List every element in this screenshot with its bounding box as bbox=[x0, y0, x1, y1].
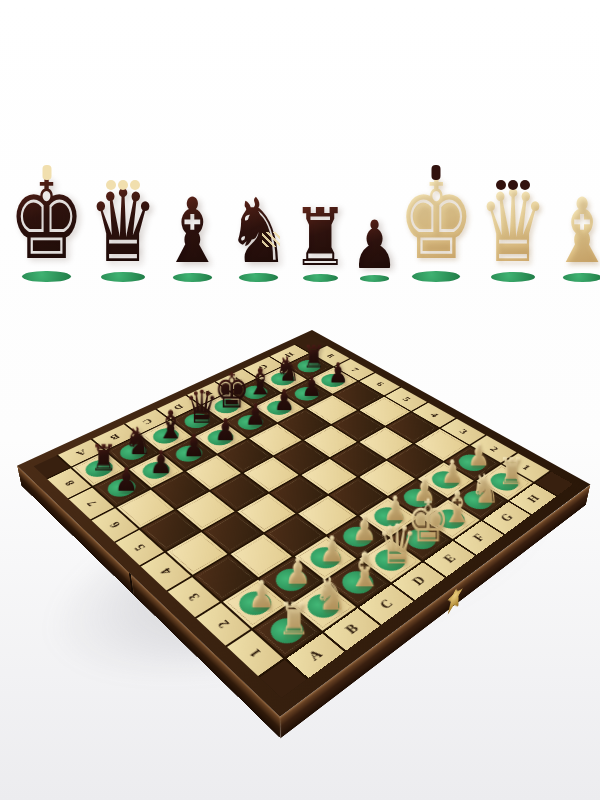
coordinate-label: D bbox=[409, 573, 430, 588]
coordinate-label: 2 bbox=[213, 616, 233, 630]
queen-finials bbox=[496, 180, 530, 190]
piece-white-rook-a1: ♜ bbox=[270, 596, 318, 641]
coordinate-label: F bbox=[469, 531, 488, 544]
coordinate-label: H bbox=[523, 492, 543, 505]
coordinate-label: 8 bbox=[60, 477, 78, 487]
frame-corner bbox=[536, 471, 574, 495]
board-grid: ABCDEFGH8♜♞♝♛♚♝♞♜87♟♟♟♟♟♟♟♟7665544332♟♟♟… bbox=[34, 337, 574, 698]
piece-black-pawn-b7: ♟ bbox=[141, 446, 180, 478]
coordinate-label: G bbox=[497, 511, 517, 524]
piece-black-pawn-a7: ♟ bbox=[106, 463, 146, 495]
coordinate-label: B bbox=[342, 620, 363, 636]
coordinate-label: 4 bbox=[427, 410, 441, 418]
coordinate-label: 6 bbox=[373, 380, 387, 388]
queen-finials bbox=[106, 180, 140, 190]
photo-background: ♚♛♝♞♜♟♚♛♝♞♜♟ ABCDEFGH8♜♞♝♛♚♝♞♜87♟♟♟♟♟♟♟♟… bbox=[0, 0, 600, 800]
coordinate-label: 1 bbox=[245, 645, 266, 660]
crown-finial bbox=[42, 165, 51, 180]
board-scene: ABCDEFGH8♜♞♝♛♚♝♞♜87♟♟♟♟♟♟♟♟7665544332♟♟♟… bbox=[0, 258, 600, 703]
coordinate-label: A bbox=[305, 646, 327, 664]
coordinate-label: E bbox=[440, 551, 460, 565]
knight-mane-stripes bbox=[262, 232, 280, 247]
coordinate-label: 6 bbox=[105, 518, 123, 529]
coordinate-label: 7 bbox=[82, 497, 100, 508]
crown-finial bbox=[432, 165, 441, 180]
coordinate-label: 3 bbox=[456, 427, 470, 436]
coordinate-label: 5 bbox=[399, 395, 413, 403]
coordinate-label: 4 bbox=[156, 564, 175, 577]
chess-board: ABCDEFGH8♜♞♝♛♚♝♞♜87♟♟♟♟♟♟♟♟7665544332♟♟♟… bbox=[17, 330, 590, 716]
coordinate-label: C bbox=[376, 596, 397, 612]
coordinate-label: 5 bbox=[130, 541, 149, 553]
coordinate-label: 3 bbox=[184, 589, 204, 602]
board-top-surface: ABCDEFGH8♜♞♝♛♚♝♞♜87♟♟♟♟♟♟♟♟7665544332♟♟♟… bbox=[17, 330, 590, 716]
